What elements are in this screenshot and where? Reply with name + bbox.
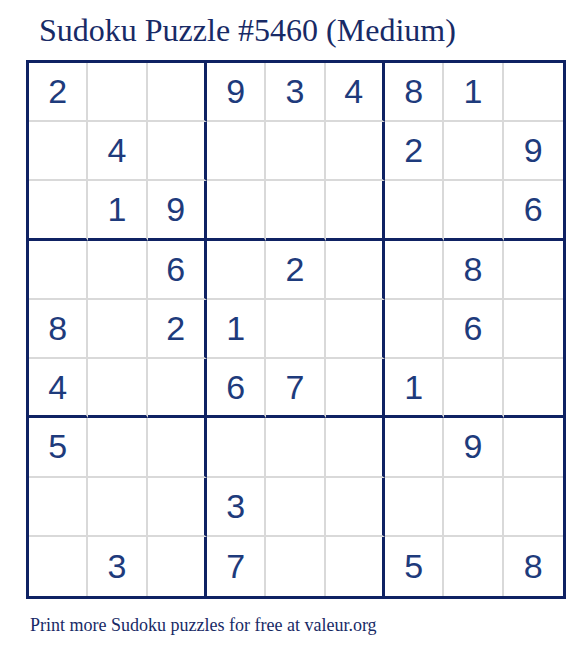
cell-r8c4: 3 [207, 478, 266, 537]
cell-r1c2 [88, 63, 147, 122]
cell-r3c3: 9 [148, 181, 207, 240]
cell-r6c3 [148, 359, 207, 418]
cell-r5c7 [385, 300, 444, 359]
cell-r6c2 [88, 359, 147, 418]
sudoku-board: 293481429196628821646715933758 [26, 60, 566, 599]
cell-r2c2: 4 [88, 122, 147, 181]
cell-r8c9 [504, 478, 563, 537]
cell-r8c8 [444, 478, 503, 537]
cell-r9c9: 8 [504, 537, 563, 596]
cell-r9c8 [444, 537, 503, 596]
cell-r1c7: 8 [385, 63, 444, 122]
cell-r4c5: 2 [266, 241, 325, 300]
cell-r6c5: 7 [266, 359, 325, 418]
cell-r8c3 [148, 478, 207, 537]
cell-r3c8 [444, 181, 503, 240]
cell-r6c1: 4 [29, 359, 88, 418]
cell-r9c1 [29, 537, 88, 596]
cell-r9c6 [326, 537, 385, 596]
cell-r7c4 [207, 418, 266, 477]
cell-r2c3 [148, 122, 207, 181]
cell-r5c6 [326, 300, 385, 359]
cell-r1c6: 4 [326, 63, 385, 122]
cell-r6c8 [444, 359, 503, 418]
cell-r1c8: 1 [444, 63, 503, 122]
cell-r6c4: 6 [207, 359, 266, 418]
cell-r3c4 [207, 181, 266, 240]
cell-r4c4 [207, 241, 266, 300]
cell-r4c9 [504, 241, 563, 300]
cell-r7c6 [326, 418, 385, 477]
cell-r3c5 [266, 181, 325, 240]
cell-r3c7 [385, 181, 444, 240]
cell-r4c8: 8 [444, 241, 503, 300]
cell-r5c2 [88, 300, 147, 359]
cell-r2c9: 9 [504, 122, 563, 181]
cell-r1c1: 2 [29, 63, 88, 122]
cell-r5c3: 2 [148, 300, 207, 359]
cell-r1c3 [148, 63, 207, 122]
cell-r8c6 [326, 478, 385, 537]
cell-r4c2 [88, 241, 147, 300]
cell-r4c3: 6 [148, 241, 207, 300]
cell-r5c8: 6 [444, 300, 503, 359]
cell-r8c5 [266, 478, 325, 537]
cell-r6c6 [326, 359, 385, 418]
cell-r1c5: 3 [266, 63, 325, 122]
cell-r9c3 [148, 537, 207, 596]
cell-r5c1: 8 [29, 300, 88, 359]
cell-r7c7 [385, 418, 444, 477]
cell-r1c9 [504, 63, 563, 122]
cell-r3c2: 1 [88, 181, 147, 240]
cell-r9c4: 7 [207, 537, 266, 596]
page: Sudoku Puzzle #5460 (Medium) 29348142919… [0, 0, 574, 651]
cell-r4c1 [29, 241, 88, 300]
cell-r5c4: 1 [207, 300, 266, 359]
cell-r7c2 [88, 418, 147, 477]
cell-r7c5 [266, 418, 325, 477]
cell-r8c1 [29, 478, 88, 537]
cell-r3c1 [29, 181, 88, 240]
cell-r4c6 [326, 241, 385, 300]
cell-r8c7 [385, 478, 444, 537]
cell-r2c6 [326, 122, 385, 181]
cell-r9c7: 5 [385, 537, 444, 596]
cell-r7c9 [504, 418, 563, 477]
cell-r2c1 [29, 122, 88, 181]
cell-r7c1: 5 [29, 418, 88, 477]
cell-r2c4 [207, 122, 266, 181]
cell-r6c7: 1 [385, 359, 444, 418]
page-title: Sudoku Puzzle #5460 (Medium) [39, 12, 456, 49]
cell-r4c7 [385, 241, 444, 300]
cell-r2c8 [444, 122, 503, 181]
cell-r5c9 [504, 300, 563, 359]
cell-r2c7: 2 [385, 122, 444, 181]
cell-r6c9 [504, 359, 563, 418]
cell-r5c5 [266, 300, 325, 359]
cell-r1c4: 9 [207, 63, 266, 122]
cell-r8c2 [88, 478, 147, 537]
cell-r3c9: 6 [504, 181, 563, 240]
cell-r7c8: 9 [444, 418, 503, 477]
cell-r2c5 [266, 122, 325, 181]
cell-r7c3 [148, 418, 207, 477]
cell-r9c2: 3 [88, 537, 147, 596]
cell-r9c5 [266, 537, 325, 596]
cell-r3c6 [326, 181, 385, 240]
footer-text: Print more Sudoku puzzles for free at va… [30, 615, 377, 636]
